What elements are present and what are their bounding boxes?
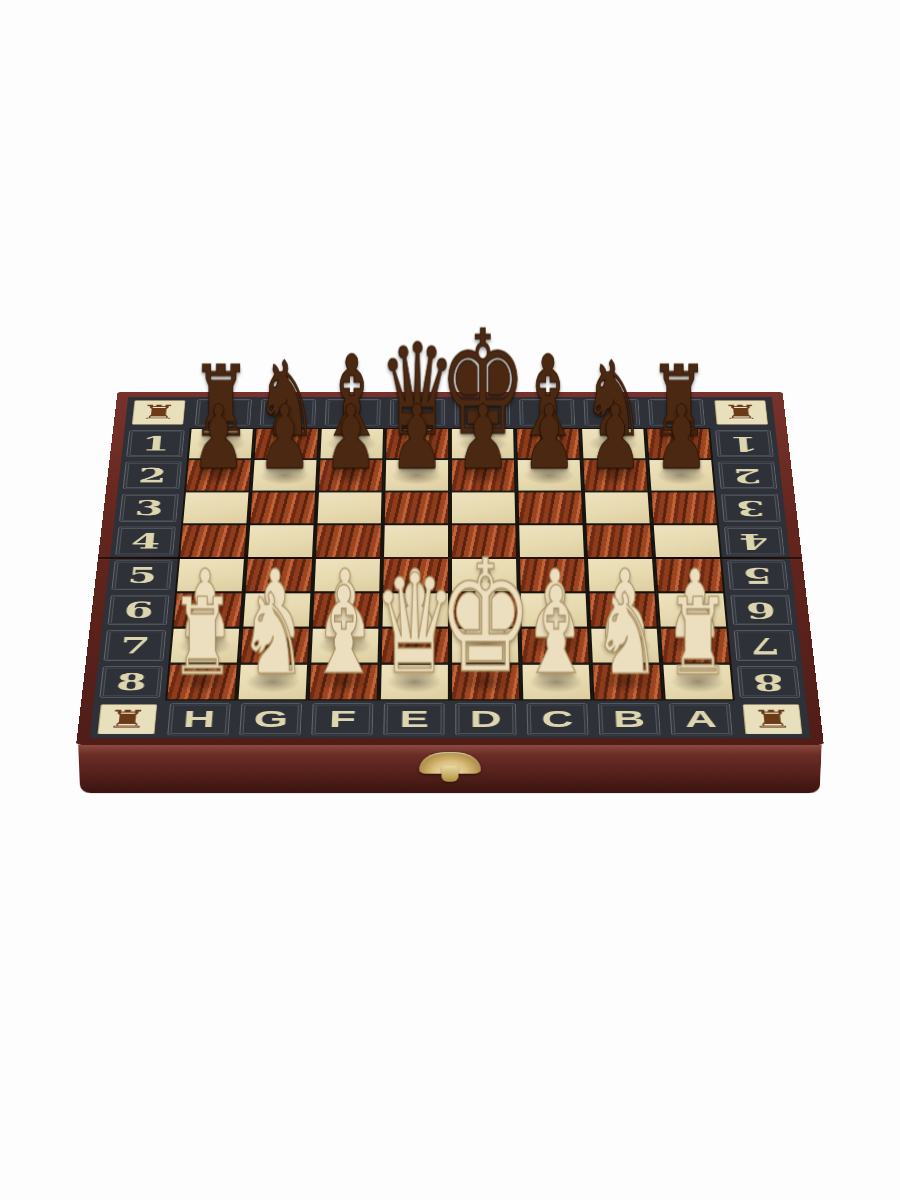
rank-label-text: 2 <box>732 464 763 487</box>
file-label-C: C <box>521 700 594 738</box>
rank-label-text: 4 <box>130 529 162 553</box>
rank-label-3-right: 3 <box>716 492 786 525</box>
rank-label-3-left: 3 <box>114 492 184 525</box>
rank-label-2-right: 2 <box>713 459 782 491</box>
square-g2[interactable]: ♟ <box>251 459 319 491</box>
corner-rook-icon: ♜ <box>139 402 179 422</box>
white-bishop[interactable]: ♝ <box>519 571 593 692</box>
rank-label-5-right: 5 <box>722 558 794 592</box>
rank-label-text: 6 <box>122 597 154 622</box>
file-label-text: A <box>684 706 718 733</box>
square-a3[interactable] <box>649 492 718 525</box>
corner-rook-icon: ♜ <box>105 707 149 731</box>
square-a2[interactable]: ♟ <box>647 459 716 491</box>
square-f8[interactable]: ♝ <box>308 664 380 701</box>
rank-label-text: 8 <box>115 669 148 696</box>
rank-label-text: 1 <box>140 432 170 455</box>
board-surface: ♜♜1♜♞♝♛♚♝♞♜12♟♟♟♟♟♟♟♟2334455667♟♟♟♟♟♟♟♟7… <box>90 397 811 738</box>
black-pawn[interactable]: ♟ <box>456 393 511 482</box>
white-rook[interactable]: ♜ <box>170 584 235 690</box>
file-label-H: H <box>162 700 237 738</box>
brass-clasp <box>419 752 481 784</box>
black-pawn[interactable]: ♟ <box>324 393 379 482</box>
rank-label-4-right: 4 <box>719 524 790 558</box>
rank-label-5-left: 5 <box>106 558 178 592</box>
rank-label-7-right: 7 <box>728 628 802 664</box>
rank-label-6-left: 6 <box>102 592 175 627</box>
white-knight[interactable]: ♞ <box>239 578 308 690</box>
board-grid: ♜♜1♜♞♝♛♚♝♞♜12♟♟♟♟♟♟♟♟2334455667♟♟♟♟♟♟♟♟7… <box>90 397 811 738</box>
rank-label-text: 3 <box>133 496 164 520</box>
rank-label-text: 8 <box>752 669 785 696</box>
square-a8[interactable]: ♜ <box>661 664 735 701</box>
white-bishop[interactable]: ♝ <box>307 571 381 692</box>
square-g8[interactable]: ♞ <box>236 664 309 701</box>
corner-cell: ♜ <box>125 397 193 428</box>
square-d8[interactable]: ♚ <box>450 664 521 701</box>
folding-chess-box: ♜♜1♜♞♝♛♚♝♞♜12♟♟♟♟♟♟♟♟2334455667♟♟♟♟♟♟♟♟7… <box>76 392 824 745</box>
file-label-text: F <box>328 706 356 733</box>
file-label-text: G <box>253 706 289 733</box>
file-label-text: D <box>470 706 502 733</box>
black-pawn[interactable]: ♟ <box>654 393 709 482</box>
corner-cell: ♜ <box>707 397 775 428</box>
black-pawn[interactable]: ♟ <box>390 393 445 482</box>
clasp-hook <box>442 766 459 782</box>
square-c8[interactable]: ♝ <box>520 664 592 701</box>
square-e2[interactable]: ♟ <box>384 459 450 491</box>
file-label-D: D <box>450 700 522 738</box>
file-label-text: E <box>399 706 429 733</box>
square-h2[interactable]: ♟ <box>184 459 253 491</box>
square-h3[interactable] <box>181 492 250 525</box>
square-d2[interactable]: ♟ <box>450 459 516 491</box>
square-c2[interactable]: ♟ <box>516 459 583 491</box>
file-label-text: C <box>541 706 574 733</box>
black-pawn[interactable]: ♟ <box>522 393 577 482</box>
corner-cell: ♜ <box>735 700 811 738</box>
square-b8[interactable]: ♞ <box>591 664 664 701</box>
rank-label-7-left: 7 <box>98 628 172 664</box>
black-pawn[interactable]: ♟ <box>588 393 643 482</box>
corner-rook-icon: ♜ <box>721 402 761 422</box>
file-label-F: F <box>306 700 379 738</box>
file-label-E: E <box>378 700 450 738</box>
white-rook[interactable]: ♜ <box>665 584 730 690</box>
square-b3[interactable] <box>583 492 652 525</box>
box-front-face <box>78 745 822 793</box>
rank-label-8-left: 8 <box>94 664 169 701</box>
rank-label-2-left: 2 <box>118 459 187 491</box>
square-b2[interactable]: ♟ <box>582 459 650 491</box>
square-h8[interactable]: ♜ <box>165 664 239 701</box>
file-label-text: H <box>182 706 216 733</box>
white-knight[interactable]: ♞ <box>593 578 662 690</box>
rank-label-text: 5 <box>126 563 158 588</box>
rank-label-text: 7 <box>119 633 152 659</box>
file-label-B: B <box>592 700 666 738</box>
rank-label-4-left: 4 <box>110 524 181 558</box>
file-label-G: G <box>234 700 308 738</box>
square-f3[interactable] <box>316 492 384 525</box>
chess-set-scene: ♜♜1♜♞♝♛♚♝♞♜12♟♟♟♟♟♟♟♟2334455667♟♟♟♟♟♟♟♟7… <box>0 206 900 846</box>
square-f2[interactable]: ♟ <box>317 459 384 491</box>
rank-label-text: 1 <box>729 432 759 455</box>
rank-label-1-right: 1 <box>710 428 779 459</box>
file-label-A: A <box>664 700 739 738</box>
rank-label-text: 5 <box>742 563 774 588</box>
square-g3[interactable] <box>248 492 317 525</box>
rank-label-text: 6 <box>745 597 777 622</box>
rank-label-text: 3 <box>735 496 766 520</box>
rank-label-6-right: 6 <box>725 592 798 627</box>
square-c3[interactable] <box>516 492 584 525</box>
product-photo: ♜♜1♜♞♝♛♚♝♞♜12♟♟♟♟♟♟♟♟2334455667♟♟♟♟♟♟♟♟7… <box>0 0 900 1200</box>
black-pawn[interactable]: ♟ <box>257 393 312 482</box>
rank-label-text: 4 <box>739 529 771 553</box>
square-e3[interactable] <box>383 492 450 525</box>
file-label-text: B <box>612 706 645 733</box>
rank-label-8-right: 8 <box>732 664 807 701</box>
corner-rook-icon: ♜ <box>750 707 794 731</box>
rank-label-text: 7 <box>749 633 782 659</box>
black-pawn[interactable]: ♟ <box>191 393 246 482</box>
corner-cell: ♜ <box>90 700 166 738</box>
rank-label-text: 2 <box>137 464 168 487</box>
rank-label-1-left: 1 <box>121 428 190 459</box>
square-d3[interactable] <box>450 492 517 525</box>
